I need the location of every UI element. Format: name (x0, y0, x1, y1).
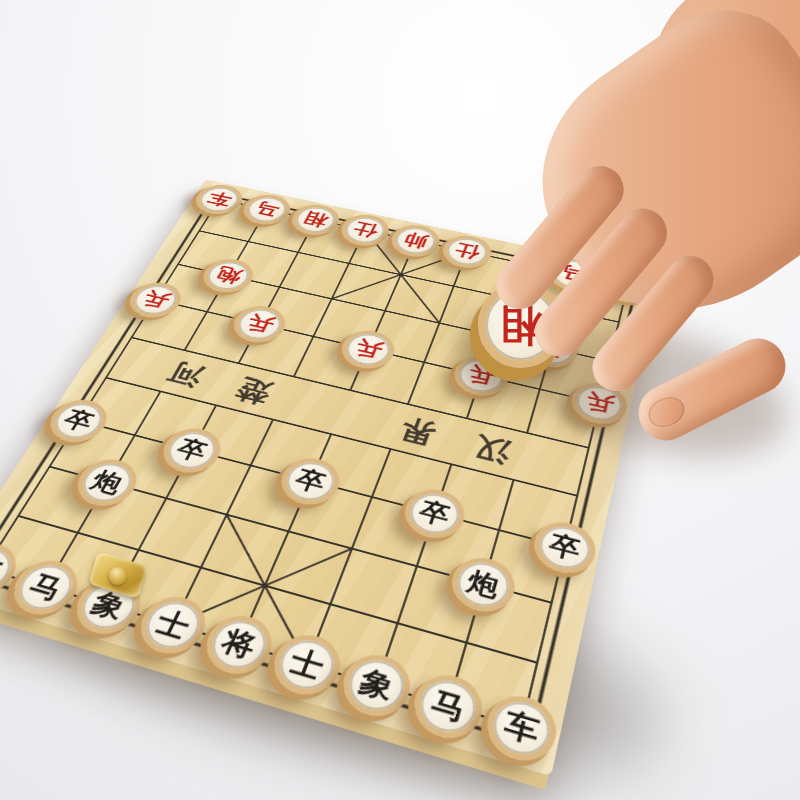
piece-glyph: 车 (613, 274, 642, 295)
piece-glyph: 帅 (401, 231, 430, 251)
xiangqi-piece-red[interactable]: 仕 (335, 211, 394, 250)
piece-glyph: 马 (428, 686, 469, 725)
xiangqi-piece-red[interactable]: 仕 (438, 232, 497, 272)
piece-glyph: 兵 (352, 337, 385, 361)
piece-glyph: 炮 (465, 567, 503, 601)
xiangqi-piece-red[interactable]: 马 (237, 191, 297, 228)
piece-glyph: 车 (204, 190, 234, 208)
piece-glyph: 仕 (453, 241, 482, 261)
held-piece-glyph: 相 (500, 297, 542, 353)
piece-glyph: 将 (218, 626, 260, 662)
piece-glyph: 马 (25, 570, 68, 604)
xiangqi-piece-black[interactable]: 卒 (398, 484, 471, 545)
xiangqi-piece-black[interactable]: 炮 (68, 454, 146, 512)
xiangqi-piece-black[interactable]: 将 (197, 609, 281, 682)
xiangqi-piece-red[interactable]: 帅 (386, 221, 445, 260)
piece-glyph: 卒 (174, 436, 211, 464)
piece-glyph: 士 (152, 607, 194, 642)
piece-glyph: 炮 (88, 467, 127, 496)
piece-glyph: 马 (559, 263, 588, 284)
xiangqi-piece-red[interactable]: 炮 (196, 255, 260, 297)
piece-glyph: 兵 (465, 363, 497, 388)
xiangqi-piece-black[interactable]: 士 (130, 590, 215, 661)
xiangqi-piece-black[interactable]: 卒 (273, 453, 347, 511)
xiangqi-piece-red[interactable]: 兵 (226, 302, 292, 347)
xiangqi-piece-red[interactable]: 相 (286, 201, 346, 239)
xiangqi-piece-red[interactable]: 车 (599, 264, 656, 307)
piece-glyph: 卒 (547, 531, 583, 563)
piece-glyph: 兵 (139, 289, 172, 311)
piece-glyph: 仕 (350, 220, 380, 239)
piece-glyph: 士 (286, 645, 328, 682)
piece-glyph: 卒 (417, 498, 453, 528)
piece-glyph: 马 (252, 200, 282, 219)
piece-glyph: 卒 (60, 407, 98, 433)
xiangqi-piece-black[interactable]: 卒 (154, 423, 229, 478)
piece-glyph: 车 (0, 552, 6, 585)
piece-glyph: 兵 (243, 312, 276, 335)
piece-glyph: 象 (356, 665, 398, 703)
held-red-elephant-piece[interactable]: 相 (478, 282, 564, 368)
xiangqi-piece-red[interactable]: 马 (544, 253, 602, 295)
piece-glyph: 炮 (212, 265, 244, 286)
piece-glyph: 车 (501, 707, 542, 747)
xiangqi-piece-black[interactable]: 卒 (529, 516, 601, 580)
xiangqi-piece-black[interactable]: 炮 (445, 551, 520, 618)
xiangqi-piece-red[interactable]: 兵 (335, 326, 400, 373)
piece-glyph: 卒 (292, 466, 329, 495)
piece-glyph: 相 (301, 210, 331, 229)
